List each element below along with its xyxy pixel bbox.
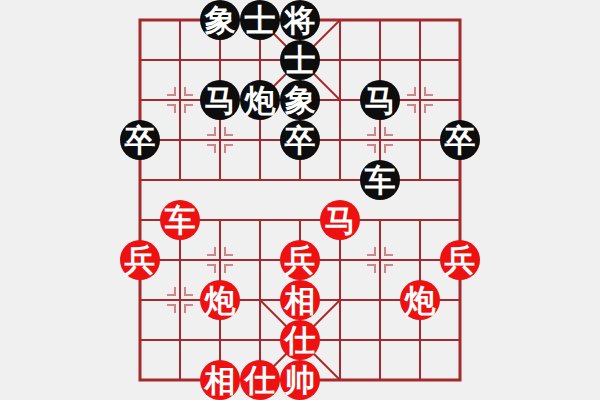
piece-red-cannon[interactable]: 炮 — [200, 280, 240, 320]
piece-red-advisor[interactable]: 仕 — [240, 360, 280, 400]
piece-red-soldier[interactable]: 兵 — [120, 240, 160, 280]
piece-black-horse[interactable]: 马 — [200, 80, 240, 120]
piece-red-chariot[interactable]: 车 — [160, 200, 200, 240]
piece-black-cannon[interactable]: 炮 — [240, 80, 280, 120]
piece-red-elephant[interactable]: 相 — [200, 360, 240, 400]
piece-black-elephant[interactable]: 象 — [280, 80, 320, 120]
pieces-layer: 象士将士马炮象马卒卒卒车车马兵兵兵炮相炮仕相仕帅 — [0, 0, 600, 400]
piece-red-general[interactable]: 帅 — [280, 360, 320, 400]
xiangqi-board: 象士将士马炮象马卒卒卒车车马兵兵兵炮相炮仕相仕帅 — [0, 0, 600, 400]
piece-red-cannon[interactable]: 炮 — [400, 280, 440, 320]
piece-black-chariot[interactable]: 车 — [360, 160, 400, 200]
piece-black-advisor[interactable]: 士 — [280, 40, 320, 80]
piece-red-elephant[interactable]: 相 — [280, 280, 320, 320]
piece-black-soldier[interactable]: 卒 — [440, 120, 480, 160]
piece-black-soldier[interactable]: 卒 — [280, 120, 320, 160]
piece-red-soldier[interactable]: 兵 — [280, 240, 320, 280]
piece-black-soldier[interactable]: 卒 — [120, 120, 160, 160]
piece-black-general[interactable]: 将 — [280, 0, 320, 40]
piece-red-soldier[interactable]: 兵 — [440, 240, 480, 280]
piece-black-elephant[interactable]: 象 — [200, 0, 240, 40]
piece-black-horse[interactable]: 马 — [360, 80, 400, 120]
piece-red-advisor[interactable]: 仕 — [280, 320, 320, 360]
piece-black-advisor[interactable]: 士 — [240, 0, 280, 40]
piece-red-horse[interactable]: 马 — [320, 200, 360, 240]
